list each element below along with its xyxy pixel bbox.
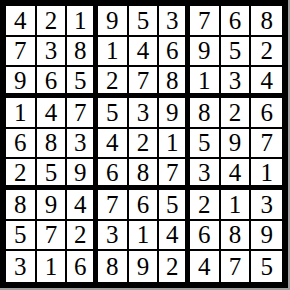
sudoku-cell-r7c1[interactable]: 8 <box>6 190 37 221</box>
sudoku-cell-r7c3[interactable]: 4 <box>67 190 98 221</box>
sudoku-cell-r9c9[interactable]: 5 <box>251 251 282 282</box>
sudoku-cell-r9c5[interactable]: 9 <box>129 251 160 282</box>
sudoku-cell-r3c5[interactable]: 7 <box>129 67 160 98</box>
sudoku-cell-r1c4[interactable]: 9 <box>98 6 129 37</box>
sudoku-cell-r3c6[interactable]: 8 <box>159 67 190 98</box>
sudoku-cell-r9c3[interactable]: 6 <box>67 251 98 282</box>
sudoku-cell-r6c1[interactable]: 2 <box>6 159 37 190</box>
sudoku-cell-r7c4[interactable]: 7 <box>98 190 129 221</box>
sudoku-cell-r4c8[interactable]: 2 <box>221 98 252 129</box>
sudoku-cell-r4c1[interactable]: 1 <box>6 98 37 129</box>
sudoku-cell-r3c8[interactable]: 3 <box>221 67 252 98</box>
sudoku-cell-r7c7[interactable]: 2 <box>190 190 221 221</box>
sudoku-cell-r3c4[interactable]: 2 <box>98 67 129 98</box>
sudoku-cell-r9c4[interactable]: 8 <box>98 251 129 282</box>
sudoku-cell-r6c4[interactable]: 6 <box>98 159 129 190</box>
sudoku-cell-r6c7[interactable]: 3 <box>190 159 221 190</box>
sudoku-cell-r3c9[interactable]: 4 <box>251 67 282 98</box>
sudoku-cell-r3c7[interactable]: 1 <box>190 67 221 98</box>
sudoku-cell-r9c8[interactable]: 7 <box>221 251 252 282</box>
page-background: 4219537687381469529652781341475398266834… <box>0 0 290 290</box>
sudoku-cell-r2c1[interactable]: 7 <box>6 37 37 68</box>
sudoku-cell-r8c6[interactable]: 4 <box>159 221 190 252</box>
sudoku-cell-r7c5[interactable]: 6 <box>129 190 160 221</box>
sudoku-cell-r2c2[interactable]: 3 <box>37 37 68 68</box>
sudoku-cell-r5c3[interactable]: 3 <box>67 129 98 160</box>
sudoku-cell-r9c1[interactable]: 3 <box>6 251 37 282</box>
sudoku-cell-r3c3[interactable]: 5 <box>67 67 98 98</box>
sudoku-cell-r6c8[interactable]: 4 <box>221 159 252 190</box>
sudoku-cell-r1c6[interactable]: 3 <box>159 6 190 37</box>
sudoku-cell-r3c1[interactable]: 9 <box>6 67 37 98</box>
sudoku-cell-r5c2[interactable]: 8 <box>37 129 68 160</box>
sudoku-cell-r2c9[interactable]: 2 <box>251 37 282 68</box>
sudoku-cell-r2c4[interactable]: 1 <box>98 37 129 68</box>
sudoku-cell-r4c3[interactable]: 7 <box>67 98 98 129</box>
sudoku-cell-r3c2[interactable]: 6 <box>37 67 68 98</box>
sudoku-cell-r4c5[interactable]: 3 <box>129 98 160 129</box>
sudoku-cell-r2c3[interactable]: 8 <box>67 37 98 68</box>
sudoku-cell-r4c6[interactable]: 9 <box>159 98 190 129</box>
sudoku-cell-r7c8[interactable]: 1 <box>221 190 252 221</box>
sudoku-cell-r9c6[interactable]: 2 <box>159 251 190 282</box>
sudoku-cell-r6c2[interactable]: 5 <box>37 159 68 190</box>
sudoku-cell-r1c3[interactable]: 1 <box>67 6 98 37</box>
sudoku-cell-r6c9[interactable]: 1 <box>251 159 282 190</box>
sudoku-cell-r1c8[interactable]: 6 <box>221 6 252 37</box>
sudoku-cell-r8c8[interactable]: 8 <box>221 221 252 252</box>
sudoku-cell-r8c5[interactable]: 1 <box>129 221 160 252</box>
sudoku-cell-r1c5[interactable]: 5 <box>129 6 160 37</box>
sudoku-cell-r2c5[interactable]: 4 <box>129 37 160 68</box>
sudoku-cell-r5c1[interactable]: 6 <box>6 129 37 160</box>
sudoku-cell-r6c3[interactable]: 9 <box>67 159 98 190</box>
sudoku-cell-r1c2[interactable]: 2 <box>37 6 68 37</box>
sudoku-cell-r9c2[interactable]: 1 <box>37 251 68 282</box>
sudoku-cell-r8c1[interactable]: 5 <box>6 221 37 252</box>
sudoku-cell-r8c2[interactable]: 7 <box>37 221 68 252</box>
sudoku-cell-r7c6[interactable]: 5 <box>159 190 190 221</box>
sudoku-cell-r2c6[interactable]: 6 <box>159 37 190 68</box>
sudoku-cell-r8c7[interactable]: 6 <box>190 221 221 252</box>
sudoku-cell-r4c7[interactable]: 8 <box>190 98 221 129</box>
sudoku-cell-r6c5[interactable]: 8 <box>129 159 160 190</box>
sudoku-cell-r2c7[interactable]: 9 <box>190 37 221 68</box>
sudoku-cell-r2c8[interactable]: 5 <box>221 37 252 68</box>
sudoku-cell-r1c7[interactable]: 7 <box>190 6 221 37</box>
sudoku-cell-r8c4[interactable]: 3 <box>98 221 129 252</box>
sudoku-cell-r4c4[interactable]: 5 <box>98 98 129 129</box>
sudoku-cell-r5c4[interactable]: 4 <box>98 129 129 160</box>
sudoku-cell-r1c9[interactable]: 8 <box>251 6 282 37</box>
sudoku-cell-r4c2[interactable]: 4 <box>37 98 68 129</box>
sudoku-cell-r7c2[interactable]: 9 <box>37 190 68 221</box>
sudoku-cell-r6c6[interactable]: 7 <box>159 159 190 190</box>
sudoku-cell-r5c8[interactable]: 9 <box>221 129 252 160</box>
sudoku-cell-r5c6[interactable]: 1 <box>159 129 190 160</box>
sudoku-cell-r8c3[interactable]: 2 <box>67 221 98 252</box>
sudoku-cell-r9c7[interactable]: 4 <box>190 251 221 282</box>
sudoku-cell-r7c9[interactable]: 3 <box>251 190 282 221</box>
sudoku-cell-r5c5[interactable]: 2 <box>129 129 160 160</box>
sudoku-cell-r4c9[interactable]: 6 <box>251 98 282 129</box>
sudoku-board: 4219537687381469529652781341475398266834… <box>0 0 288 288</box>
sudoku-cell-r8c9[interactable]: 9 <box>251 221 282 252</box>
sudoku-cell-r1c1[interactable]: 4 <box>6 6 37 37</box>
sudoku-cell-r5c9[interactable]: 7 <box>251 129 282 160</box>
sudoku-cell-r5c7[interactable]: 5 <box>190 129 221 160</box>
